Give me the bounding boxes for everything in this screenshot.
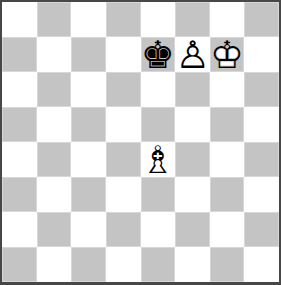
black-king-glyph: ♚: [141, 36, 175, 74]
square-h1[interactable]: [244, 247, 279, 282]
white-king-glyph: ♔: [210, 36, 244, 74]
square-c2[interactable]: [71, 212, 106, 247]
square-b8[interactable]: [37, 2, 72, 37]
square-b2[interactable]: [37, 212, 72, 247]
square-a8[interactable]: [2, 2, 37, 37]
square-e2[interactable]: [141, 212, 176, 247]
square-d3[interactable]: [106, 177, 141, 212]
square-f3[interactable]: [175, 177, 210, 212]
square-b5[interactable]: [37, 107, 72, 142]
square-c7[interactable]: [71, 37, 106, 72]
square-d5[interactable]: [106, 107, 141, 142]
square-h6[interactable]: [244, 72, 279, 107]
white-bishop-fill: ♝: [141, 141, 175, 179]
square-b6[interactable]: [37, 72, 72, 107]
square-g7[interactable]: ♚♔: [210, 37, 245, 72]
square-g5[interactable]: [210, 107, 245, 142]
white-pawn-glyph: ♙: [175, 36, 209, 74]
white-king-piece: ♚♔: [210, 37, 245, 72]
square-g6[interactable]: [210, 72, 245, 107]
square-f4[interactable]: [175, 142, 210, 177]
square-b7[interactable]: [37, 37, 72, 72]
square-d2[interactable]: [106, 212, 141, 247]
chess-diagram: ♚♟♙♚♔♝♗: [0, 0, 281, 285]
square-d4[interactable]: [106, 142, 141, 177]
square-d1[interactable]: [106, 247, 141, 282]
square-e8[interactable]: [141, 2, 176, 37]
square-h5[interactable]: [244, 107, 279, 142]
white-pawn-fill: ♟: [175, 36, 209, 74]
square-g2[interactable]: [210, 212, 245, 247]
black-king-piece: ♚: [141, 37, 176, 72]
square-h3[interactable]: [244, 177, 279, 212]
square-c6[interactable]: [71, 72, 106, 107]
square-a1[interactable]: [2, 247, 37, 282]
square-d6[interactable]: [106, 72, 141, 107]
square-f2[interactable]: [175, 212, 210, 247]
square-a6[interactable]: [2, 72, 37, 107]
square-e4[interactable]: ♝♗: [141, 142, 176, 177]
square-g1[interactable]: [210, 247, 245, 282]
square-e3[interactable]: [141, 177, 176, 212]
square-a5[interactable]: [2, 107, 37, 142]
square-e7[interactable]: ♚: [141, 37, 176, 72]
square-g4[interactable]: [210, 142, 245, 177]
square-f8[interactable]: [175, 2, 210, 37]
square-a7[interactable]: [2, 37, 37, 72]
square-f6[interactable]: [175, 72, 210, 107]
square-f1[interactable]: [175, 247, 210, 282]
square-f7[interactable]: ♟♙: [175, 37, 210, 72]
chess-board: ♚♟♙♚♔♝♗: [2, 2, 279, 282]
square-c3[interactable]: [71, 177, 106, 212]
square-h4[interactable]: [244, 142, 279, 177]
white-bishop-piece: ♝♗: [141, 142, 176, 177]
square-c8[interactable]: [71, 2, 106, 37]
square-a2[interactable]: [2, 212, 37, 247]
square-e1[interactable]: [141, 247, 176, 282]
square-e6[interactable]: [141, 72, 176, 107]
white-bishop-glyph: ♗: [141, 141, 175, 179]
square-d8[interactable]: [106, 2, 141, 37]
square-c5[interactable]: [71, 107, 106, 142]
square-a3[interactable]: [2, 177, 37, 212]
square-c4[interactable]: [71, 142, 106, 177]
white-pawn-piece: ♟♙: [175, 37, 210, 72]
square-f5[interactable]: [175, 107, 210, 142]
square-b3[interactable]: [37, 177, 72, 212]
square-g8[interactable]: [210, 2, 245, 37]
square-c1[interactable]: [71, 247, 106, 282]
square-h7[interactable]: [244, 37, 279, 72]
square-b4[interactable]: [37, 142, 72, 177]
square-b1[interactable]: [37, 247, 72, 282]
white-king-fill: ♚: [210, 36, 244, 74]
square-a4[interactable]: [2, 142, 37, 177]
square-e5[interactable]: [141, 107, 176, 142]
square-h8[interactable]: [244, 2, 279, 37]
square-g3[interactable]: [210, 177, 245, 212]
square-h2[interactable]: [244, 212, 279, 247]
square-d7[interactable]: [106, 37, 141, 72]
